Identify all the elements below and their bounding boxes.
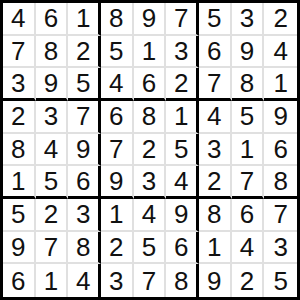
cell-r8c4[interactable]: 2 — [101, 232, 134, 265]
cell-r6c3[interactable]: 6 — [68, 166, 101, 199]
cell-r1c1[interactable]: 4 — [3, 3, 36, 36]
cell-r3c1[interactable]: 3 — [3, 68, 36, 101]
cell-r9c8[interactable]: 2 — [232, 264, 265, 297]
cell-r6c8[interactable]: 7 — [232, 166, 265, 199]
cell-r6c9[interactable]: 8 — [264, 166, 297, 199]
cell-r5c1[interactable]: 8 — [3, 134, 36, 167]
cell-r3c9[interactable]: 1 — [264, 68, 297, 101]
cell-r6c4[interactable]: 9 — [101, 166, 134, 199]
cell-r3c7[interactable]: 7 — [199, 68, 232, 101]
cell-r5c8[interactable]: 1 — [232, 134, 265, 167]
cell-r7c9[interactable]: 7 — [264, 199, 297, 232]
cell-r4c6[interactable]: 1 — [166, 101, 199, 134]
cell-r3c4[interactable]: 4 — [101, 68, 134, 101]
cell-r9c6[interactable]: 8 — [166, 264, 199, 297]
cell-r7c4[interactable]: 1 — [101, 199, 134, 232]
cell-r3c6[interactable]: 2 — [166, 68, 199, 101]
cell-r1c2[interactable]: 6 — [36, 3, 69, 36]
cell-r7c3[interactable]: 3 — [68, 199, 101, 232]
cell-r8c1[interactable]: 9 — [3, 232, 36, 265]
cell-r2c8[interactable]: 9 — [232, 36, 265, 69]
cell-r4c2[interactable]: 3 — [36, 101, 69, 134]
cell-r4c3[interactable]: 7 — [68, 101, 101, 134]
cell-r2c9[interactable]: 4 — [264, 36, 297, 69]
cell-r6c7[interactable]: 2 — [199, 166, 232, 199]
cell-r2c2[interactable]: 8 — [36, 36, 69, 69]
cell-r7c5[interactable]: 4 — [134, 199, 167, 232]
cell-r2c7[interactable]: 6 — [199, 36, 232, 69]
sudoku-board: 4618975327825136943954627812376814598497… — [0, 0, 300, 300]
cell-r7c1[interactable]: 5 — [3, 199, 36, 232]
cell-r9c2[interactable]: 1 — [36, 264, 69, 297]
cell-r3c3[interactable]: 5 — [68, 68, 101, 101]
cell-r1c8[interactable]: 3 — [232, 3, 265, 36]
cell-r2c6[interactable]: 3 — [166, 36, 199, 69]
cell-r8c6[interactable]: 6 — [166, 232, 199, 265]
cell-r1c6[interactable]: 7 — [166, 3, 199, 36]
cell-r7c8[interactable]: 6 — [232, 199, 265, 232]
cell-r9c5[interactable]: 7 — [134, 264, 167, 297]
cell-r5c6[interactable]: 5 — [166, 134, 199, 167]
cell-r6c5[interactable]: 3 — [134, 166, 167, 199]
cell-r6c2[interactable]: 5 — [36, 166, 69, 199]
cell-r7c6[interactable]: 9 — [166, 199, 199, 232]
cell-r9c3[interactable]: 4 — [68, 264, 101, 297]
cell-r1c3[interactable]: 1 — [68, 3, 101, 36]
cell-r8c2[interactable]: 7 — [36, 232, 69, 265]
cell-r8c3[interactable]: 8 — [68, 232, 101, 265]
cell-r1c5[interactable]: 9 — [134, 3, 167, 36]
cell-r1c4[interactable]: 8 — [101, 3, 134, 36]
cell-r5c9[interactable]: 6 — [264, 134, 297, 167]
cell-r2c1[interactable]: 7 — [3, 36, 36, 69]
cell-r7c2[interactable]: 2 — [36, 199, 69, 232]
cell-r8c9[interactable]: 3 — [264, 232, 297, 265]
cell-r8c5[interactable]: 5 — [134, 232, 167, 265]
cell-r3c2[interactable]: 9 — [36, 68, 69, 101]
cell-r2c4[interactable]: 5 — [101, 36, 134, 69]
cell-r6c6[interactable]: 4 — [166, 166, 199, 199]
cell-r4c5[interactable]: 8 — [134, 101, 167, 134]
cell-r5c3[interactable]: 9 — [68, 134, 101, 167]
cell-r2c5[interactable]: 1 — [134, 36, 167, 69]
cell-r5c5[interactable]: 2 — [134, 134, 167, 167]
cell-r9c9[interactable]: 5 — [264, 264, 297, 297]
cell-r5c7[interactable]: 3 — [199, 134, 232, 167]
cell-r8c7[interactable]: 1 — [199, 232, 232, 265]
cell-r7c7[interactable]: 8 — [199, 199, 232, 232]
cell-r9c7[interactable]: 9 — [199, 264, 232, 297]
cell-r1c9[interactable]: 2 — [264, 3, 297, 36]
cell-r8c8[interactable]: 4 — [232, 232, 265, 265]
cell-r4c4[interactable]: 6 — [101, 101, 134, 134]
cell-r9c1[interactable]: 6 — [3, 264, 36, 297]
cell-r5c2[interactable]: 4 — [36, 134, 69, 167]
cell-r5c4[interactable]: 7 — [101, 134, 134, 167]
cell-r4c1[interactable]: 2 — [3, 101, 36, 134]
cell-r6c1[interactable]: 1 — [3, 166, 36, 199]
cell-r4c8[interactable]: 5 — [232, 101, 265, 134]
cell-r1c7[interactable]: 5 — [199, 3, 232, 36]
cell-r3c5[interactable]: 6 — [134, 68, 167, 101]
cell-r3c8[interactable]: 8 — [232, 68, 265, 101]
cell-r9c4[interactable]: 3 — [101, 264, 134, 297]
cell-r4c9[interactable]: 9 — [264, 101, 297, 134]
cell-r2c3[interactable]: 2 — [68, 36, 101, 69]
cell-r4c7[interactable]: 4 — [199, 101, 232, 134]
